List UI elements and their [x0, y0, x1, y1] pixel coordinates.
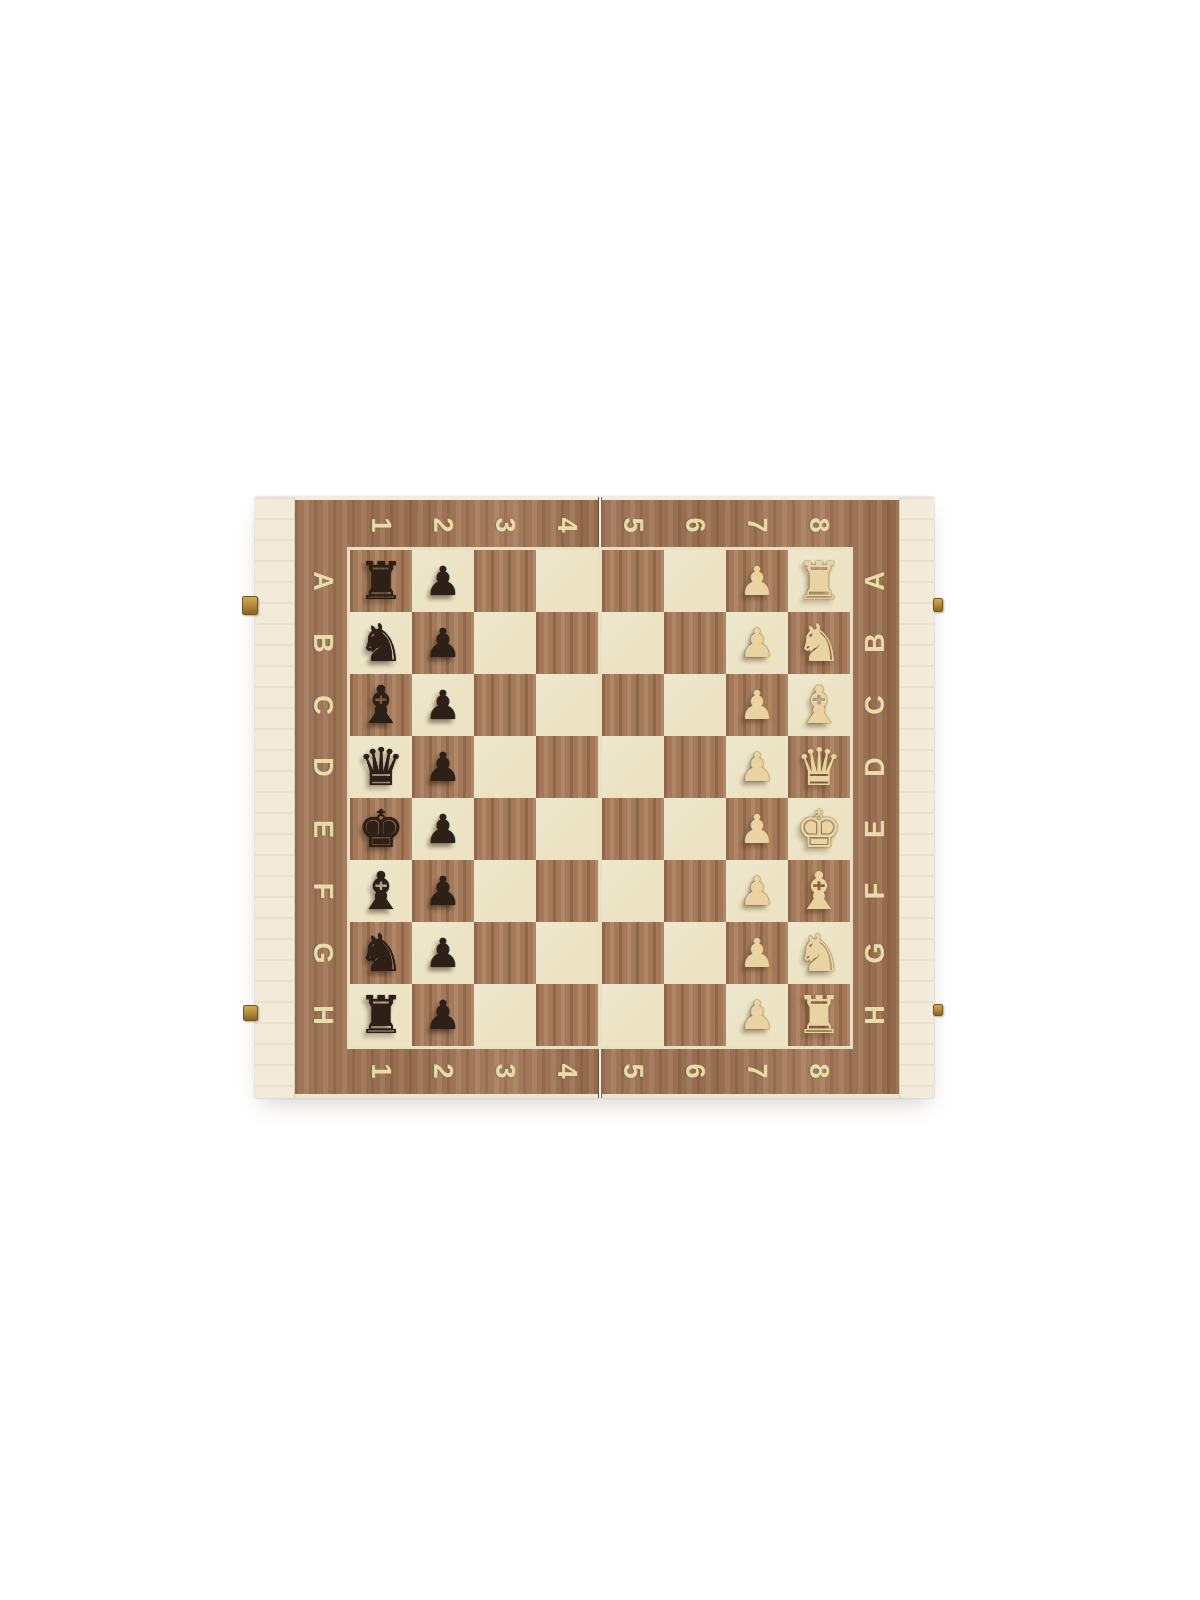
file-label-left-H: H: [308, 1000, 338, 1030]
rank-label-bottom-1: 1: [366, 1040, 396, 1102]
file-label-right-H: H: [860, 1000, 890, 1030]
black-pawn[interactable]: ♟: [425, 984, 461, 1046]
file-label-left-C: C: [308, 690, 338, 720]
square-B6[interactable]: [664, 612, 726, 674]
square-D7[interactable]: ♟: [726, 736, 788, 798]
black-queen[interactable]: ♛: [358, 736, 405, 798]
square-C4[interactable]: [536, 674, 598, 736]
file-label-right-C: C: [860, 690, 890, 720]
file-label-right-A: A: [860, 566, 890, 596]
rank-label-bottom-8: 8: [804, 1040, 834, 1102]
rank-label-top-2: 2: [428, 494, 458, 556]
square-G7[interactable]: ♟: [726, 922, 788, 984]
file-label-left-G: G: [308, 938, 338, 968]
square-D4[interactable]: [536, 736, 598, 798]
rank-label-bottom-3: 3: [490, 1040, 520, 1102]
square-H7[interactable]: ♟: [726, 984, 788, 1046]
square-A4[interactable]: [536, 550, 598, 612]
black-rook[interactable]: ♜: [358, 550, 405, 612]
square-C7[interactable]: ♟: [726, 674, 788, 736]
file-label-left-E: E: [308, 814, 338, 844]
black-bishop[interactable]: ♝: [358, 860, 405, 922]
white-pawn[interactable]: ♟: [739, 674, 775, 736]
square-F6[interactable]: [664, 860, 726, 922]
black-pawn[interactable]: ♟: [425, 550, 461, 612]
board-half-right: ♟♜♟♞♟♝♟♛♟♚♟♝♟♞♟♜ 55667788ABCDEFGH: [602, 497, 899, 1098]
photo-background: ♜♟♞♟♝♟♛♟♚♟♝♟♞♟♜♟ 11223344ABCDEFGH ♟♜♟♞♟♝…: [0, 0, 1200, 1600]
square-G6[interactable]: [664, 922, 726, 984]
square-F8[interactable]: ♝: [788, 860, 850, 922]
square-E6[interactable]: [664, 798, 726, 860]
file-label-left-D: D: [308, 752, 338, 782]
square-G4[interactable]: [536, 922, 598, 984]
rank-label-top-4: 4: [552, 494, 582, 556]
black-bishop[interactable]: ♝: [358, 674, 405, 736]
square-B5[interactable]: [602, 612, 664, 674]
rank-label-top-6: 6: [680, 494, 710, 556]
square-E4[interactable]: [536, 798, 598, 860]
square-F3[interactable]: [474, 860, 536, 922]
square-H3[interactable]: [474, 984, 536, 1046]
white-rook[interactable]: ♜: [796, 984, 843, 1046]
file-label-right-F: F: [860, 876, 890, 906]
brass-hinge-icon: [243, 1005, 258, 1021]
square-E3[interactable]: [474, 798, 536, 860]
square-A6[interactable]: [664, 550, 726, 612]
square-H6[interactable]: [664, 984, 726, 1046]
square-A2[interactable]: ♟: [412, 550, 474, 612]
square-B4[interactable]: [536, 612, 598, 674]
file-label-left-F: F: [308, 876, 338, 906]
square-G1[interactable]: ♞: [350, 922, 412, 984]
square-B1[interactable]: ♞: [350, 612, 412, 674]
rank-label-bottom-5: 5: [618, 1040, 648, 1102]
white-knight[interactable]: ♞: [796, 922, 843, 984]
square-B2[interactable]: ♟: [412, 612, 474, 674]
square-A1[interactable]: ♜: [350, 550, 412, 612]
square-C3[interactable]: [474, 674, 536, 736]
white-pawn[interactable]: ♟: [739, 550, 775, 612]
square-D6[interactable]: [664, 736, 726, 798]
square-D5[interactable]: [602, 736, 664, 798]
square-A3[interactable]: [474, 550, 536, 612]
file-label-right-E: E: [860, 814, 890, 844]
square-H1[interactable]: ♜: [350, 984, 412, 1046]
square-G5[interactable]: [602, 922, 664, 984]
white-pawn[interactable]: ♟: [739, 736, 775, 798]
rank-label-bottom-6: 6: [680, 1040, 710, 1102]
squares-right: ♟♜♟♞♟♝♟♛♟♚♟♝♟♞♟♜: [602, 550, 850, 1046]
square-H8[interactable]: ♜: [788, 984, 850, 1046]
chess-board: ♜♟♞♟♝♟♛♟♚♟♝♟♞♟♜♟ 11223344ABCDEFGH ♟♜♟♞♟♝…: [255, 497, 934, 1098]
board-right-edge: [899, 497, 934, 1098]
square-E2[interactable]: ♟: [412, 798, 474, 860]
square-A5[interactable]: [602, 550, 664, 612]
rank-label-top-8: 8: [804, 494, 834, 556]
square-C5[interactable]: [602, 674, 664, 736]
rank-label-bottom-4: 4: [552, 1040, 582, 1102]
square-A7[interactable]: ♟: [726, 550, 788, 612]
square-E5[interactable]: [602, 798, 664, 860]
black-pawn[interactable]: ♟: [425, 922, 461, 984]
brass-hinge-icon: [933, 1004, 943, 1016]
brass-hinge-icon: [933, 598, 943, 612]
white-pawn[interactable]: ♟: [739, 612, 775, 674]
square-F5[interactable]: [602, 860, 664, 922]
rank-label-top-5: 5: [618, 494, 648, 556]
rank-label-top-1: 1: [366, 494, 396, 556]
file-label-right-B: B: [860, 628, 890, 658]
white-pawn[interactable]: ♟: [739, 798, 775, 860]
square-H5[interactable]: [602, 984, 664, 1046]
rank-label-top-3: 3: [490, 494, 520, 556]
white-bishop[interactable]: ♝: [796, 860, 843, 922]
squares-left: ♜♟♞♟♝♟♛♟♚♟♝♟♞♟♜♟: [350, 550, 598, 1046]
square-F2[interactable]: ♟: [412, 860, 474, 922]
board-left-edge: [255, 497, 295, 1098]
square-C1[interactable]: ♝: [350, 674, 412, 736]
white-pawn[interactable]: ♟: [739, 860, 775, 922]
board-half-left: ♜♟♞♟♝♟♛♟♚♟♝♟♞♟♜♟ 11223344ABCDEFGH: [295, 497, 598, 1098]
black-rook[interactable]: ♜: [358, 984, 405, 1046]
file-label-right-G: G: [860, 938, 890, 968]
white-pawn[interactable]: ♟: [739, 922, 775, 984]
black-pawn[interactable]: ♟: [425, 860, 461, 922]
black-king[interactable]: ♚: [358, 798, 405, 860]
square-G8[interactable]: ♞: [788, 922, 850, 984]
square-F4[interactable]: [536, 860, 598, 922]
square-E1[interactable]: ♚: [350, 798, 412, 860]
square-E8[interactable]: ♚: [788, 798, 850, 860]
square-H4[interactable]: [536, 984, 598, 1046]
square-F7[interactable]: ♟: [726, 860, 788, 922]
square-A8[interactable]: ♜: [788, 550, 850, 612]
black-knight[interactable]: ♞: [358, 922, 405, 984]
white-queen[interactable]: ♛: [796, 736, 843, 798]
square-D3[interactable]: [474, 736, 536, 798]
black-pawn[interactable]: ♟: [425, 798, 461, 860]
square-G2[interactable]: ♟: [412, 922, 474, 984]
file-label-left-B: B: [308, 628, 338, 658]
white-pawn[interactable]: ♟: [739, 984, 775, 1046]
square-B8[interactable]: ♞: [788, 612, 850, 674]
square-B3[interactable]: [474, 612, 536, 674]
black-pawn[interactable]: ♟: [425, 674, 461, 736]
file-label-left-A: A: [308, 566, 338, 596]
white-king[interactable]: ♚: [796, 798, 843, 860]
black-knight[interactable]: ♞: [358, 612, 405, 674]
square-C6[interactable]: [664, 674, 726, 736]
white-rook[interactable]: ♜: [796, 550, 843, 612]
square-C2[interactable]: ♟: [412, 674, 474, 736]
square-D8[interactable]: ♛: [788, 736, 850, 798]
square-B7[interactable]: ♟: [726, 612, 788, 674]
square-E7[interactable]: ♟: [726, 798, 788, 860]
square-D2[interactable]: ♟: [412, 736, 474, 798]
square-F1[interactable]: ♝: [350, 860, 412, 922]
black-pawn[interactable]: ♟: [425, 612, 461, 674]
rank-label-bottom-2: 2: [428, 1040, 458, 1102]
white-bishop[interactable]: ♝: [796, 674, 843, 736]
file-label-right-D: D: [860, 752, 890, 782]
square-G3[interactable]: [474, 922, 536, 984]
black-pawn[interactable]: ♟: [425, 736, 461, 798]
white-knight[interactable]: ♞: [796, 612, 843, 674]
square-H2[interactable]: ♟: [412, 984, 474, 1046]
square-D1[interactable]: ♛: [350, 736, 412, 798]
brass-hinge-icon: [242, 596, 258, 615]
square-C8[interactable]: ♝: [788, 674, 850, 736]
rank-label-bottom-7: 7: [742, 1040, 772, 1102]
rank-label-top-7: 7: [742, 494, 772, 556]
